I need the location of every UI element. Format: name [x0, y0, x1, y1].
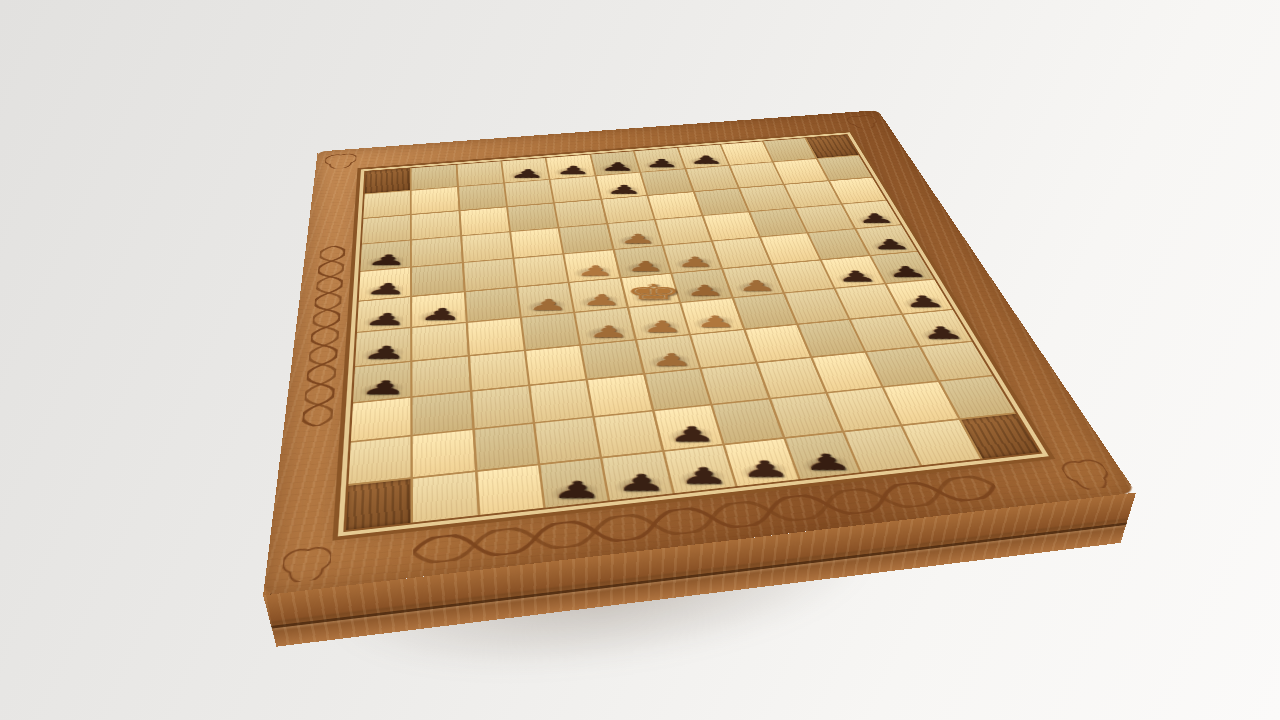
board-square[interactable]	[362, 215, 410, 244]
board-square[interactable]	[413, 392, 472, 435]
board-square[interactable]: ♟	[886, 280, 951, 314]
board-square[interactable]	[412, 211, 460, 239]
board-square[interactable]	[412, 263, 463, 295]
board-square[interactable]	[412, 187, 458, 214]
board-square[interactable]	[412, 236, 461, 266]
triquetra-icon	[1057, 457, 1117, 492]
board-square[interactable]	[413, 430, 475, 477]
board-square[interactable]	[412, 165, 457, 190]
attacker-piece[interactable]: ♟	[360, 343, 410, 361]
board-square[interactable]	[505, 180, 553, 206]
board-square[interactable]	[515, 255, 568, 287]
board-square[interactable]	[602, 196, 654, 223]
board-square[interactable]: ♟	[596, 173, 646, 199]
triquetra-icon	[324, 152, 357, 169]
board-square[interactable]	[531, 380, 593, 422]
board-square[interactable]: ♟	[678, 145, 728, 169]
board-square[interactable]	[691, 330, 755, 368]
board-square[interactable]	[477, 465, 543, 515]
board-square[interactable]	[686, 166, 738, 191]
defender-piece[interactable]: ♟	[580, 292, 622, 307]
board-square[interactable]	[475, 424, 538, 470]
corner-escape-square[interactable]	[346, 479, 411, 530]
hnefatafl-board-box: ♟♟♟♟♟♟♟♟♟♟♟♟♟♟♟♟♟♟♚♟♟♟♟♟♟♟♟♟♟♟♟♟♟♟♟♟♟	[263, 110, 1136, 595]
attacker-piece[interactable]: ♟	[417, 306, 464, 322]
attacker-piece[interactable]: ♟	[800, 451, 854, 473]
defender-piece[interactable]: ♟	[736, 279, 778, 294]
board-square[interactable]	[464, 259, 516, 291]
attacker-piece[interactable]: ♟	[615, 471, 667, 494]
attacker-piece[interactable]: ♟	[605, 183, 643, 195]
triquetra-icon	[281, 544, 332, 585]
board-square[interactable]: ♟	[682, 299, 743, 334]
board-square[interactable]: ♟	[603, 452, 672, 501]
board-square[interactable]	[809, 230, 868, 260]
defender-piece[interactable]: ♟	[574, 264, 614, 278]
board-square[interactable]	[470, 351, 528, 390]
board-square[interactable]: ♟	[570, 278, 627, 311]
board-square[interactable]	[940, 376, 1015, 418]
board-square[interactable]	[413, 356, 470, 396]
board-square[interactable]	[818, 156, 872, 180]
board-square[interactable]: ♟	[540, 458, 608, 507]
board-square[interactable]	[551, 176, 600, 202]
board-square[interactable]: ♟	[357, 297, 410, 332]
board-square[interactable]	[656, 216, 711, 245]
board-square[interactable]: ♟	[664, 445, 735, 493]
board-square[interactable]: ♟	[672, 269, 731, 302]
board-square[interactable]	[472, 386, 533, 428]
attacker-piece[interactable]: ♟	[599, 161, 636, 172]
board-square[interactable]: ♟	[785, 432, 859, 479]
board-square[interactable]	[508, 203, 558, 231]
board-square[interactable]	[526, 346, 586, 385]
king-piece[interactable]: ♚	[624, 282, 682, 303]
board-square[interactable]: ♟	[629, 303, 689, 338]
board-square[interactable]: ♟	[615, 246, 671, 277]
board-square[interactable]	[560, 224, 613, 253]
attacker-piece[interactable]: ♟	[667, 423, 717, 444]
defender-piece[interactable]: ♟	[685, 283, 726, 298]
board-square[interactable]	[351, 398, 411, 442]
board-square[interactable]	[582, 340, 643, 378]
board-square[interactable]: ♟	[664, 242, 721, 273]
attacker-piece[interactable]: ♟	[362, 311, 410, 328]
defender-piece[interactable]: ♟	[619, 232, 657, 245]
board-square[interactable]	[645, 369, 710, 410]
board-square[interactable]: ♚	[622, 274, 680, 307]
board-square[interactable]: ♟	[353, 362, 411, 402]
defender-piece[interactable]: ♟	[641, 318, 683, 334]
board-square[interactable]	[468, 318, 524, 355]
board-square[interactable]	[761, 234, 820, 264]
attacker-piece[interactable]: ♟	[365, 253, 410, 267]
triquetra-icon	[844, 114, 881, 129]
attacker-piece[interactable]: ♟	[364, 281, 411, 296]
attacker-piece[interactable]: ♟	[884, 264, 930, 279]
board-square[interactable]	[535, 418, 600, 463]
board-square[interactable]: ♟	[635, 148, 684, 172]
board-square[interactable]	[745, 325, 810, 362]
board-square[interactable]	[459, 184, 506, 210]
board-square[interactable]	[522, 313, 579, 349]
defender-piece[interactable]: ♟	[527, 297, 570, 312]
defender-piece[interactable]: ♟	[694, 313, 737, 329]
board-square[interactable]	[649, 192, 702, 219]
board-square[interactable]	[702, 363, 768, 403]
board-grid: ♟♟♟♟♟♟♟♟♟♟♟♟♟♟♟♟♟♟♚♟♟♟♟♟♟♟♟♟♟♟♟♟♟♟♟♟♟	[343, 134, 1042, 532]
attacker-piece[interactable]: ♟	[678, 464, 730, 487]
board-square[interactable]	[460, 207, 509, 235]
board-square[interactable]: ♟	[518, 283, 573, 317]
attacker-piece[interactable]: ♟	[688, 154, 725, 165]
attacker-piece[interactable]: ♟	[835, 269, 880, 284]
board-square[interactable]: ♟	[412, 292, 465, 327]
photo-background: ♟♟♟♟♟♟♟♟♟♟♟♟♟♟♟♟♟♟♚♟♟♟♟♟♟♟♟♟♟♟♟♟♟♟♟♟♟	[0, 0, 1280, 720]
board-square[interactable]	[595, 412, 661, 457]
attacker-piece[interactable]: ♟	[508, 168, 546, 180]
scene: ♟♟♟♟♟♟♟♟♟♟♟♟♟♟♟♟♟♟♚♟♟♟♟♟♟♟♟♟♟♟♟♟♟♟♟♟♟	[0, 0, 1280, 720]
board-square[interactable]	[349, 437, 411, 484]
corner-escape-square[interactable]	[365, 168, 410, 193]
board-square[interactable]	[511, 228, 563, 258]
board-square[interactable]: ♟	[502, 158, 549, 183]
board-square[interactable]: ♟	[591, 151, 639, 175]
board-square[interactable]	[703, 212, 759, 240]
attacker-piece[interactable]: ♟	[855, 212, 897, 225]
board-square[interactable]: ♟	[723, 265, 783, 297]
board-square[interactable]: ♟	[725, 439, 798, 486]
attacker-piece[interactable]: ♟	[739, 458, 792, 480]
attacker-piece[interactable]: ♟	[900, 293, 948, 309]
board-square[interactable]: ♟	[856, 225, 916, 254]
attacker-piece[interactable]: ♟	[554, 164, 592, 176]
board-square[interactable]: ♟	[360, 241, 410, 272]
board-square[interactable]: ♟	[547, 155, 595, 179]
defender-piece[interactable]: ♟	[626, 259, 666, 273]
board-square[interactable]	[713, 238, 771, 268]
attacker-piece[interactable]: ♟	[551, 478, 604, 501]
board-square[interactable]	[462, 232, 513, 262]
attacker-piece[interactable]: ♟	[869, 237, 913, 251]
board-square[interactable]	[363, 191, 410, 218]
board-square[interactable]	[641, 169, 692, 194]
defender-piece[interactable]: ♟	[586, 323, 629, 339]
board-square[interactable]: ♟	[637, 335, 699, 373]
attacker-piece[interactable]: ♟	[358, 378, 410, 397]
board-square[interactable]: ♟	[355, 328, 410, 365]
board-square[interactable]	[694, 188, 748, 215]
board-square[interactable]	[555, 200, 606, 228]
board-square[interactable]	[413, 323, 468, 360]
defender-piece[interactable]: ♟	[676, 255, 716, 269]
board-square[interactable]	[921, 342, 992, 381]
defender-piece[interactable]: ♟	[650, 351, 694, 368]
board-square[interactable]	[457, 161, 503, 186]
board-square[interactable]	[713, 400, 782, 444]
attacker-piece[interactable]: ♟	[917, 324, 967, 341]
attacker-piece[interactable]: ♟	[644, 158, 680, 169]
board-square[interactable]: ♟	[565, 250, 619, 281]
corner-escape-square[interactable]	[961, 414, 1039, 459]
board-square[interactable]	[730, 162, 783, 187]
celtic-knot-band-icon	[301, 245, 345, 428]
board-square[interactable]	[466, 288, 520, 322]
board-square[interactable]: ♟	[654, 406, 722, 450]
board-square[interactable]	[785, 289, 848, 323]
board-square[interactable]: ♟	[608, 220, 662, 249]
board-square[interactable]: ♟	[871, 252, 934, 283]
board-square[interactable]: ♟	[359, 268, 411, 301]
board-square[interactable]	[413, 472, 477, 523]
board-square[interactable]	[721, 141, 772, 165]
board-square[interactable]	[588, 375, 652, 416]
board-square[interactable]: ♟	[576, 308, 635, 344]
